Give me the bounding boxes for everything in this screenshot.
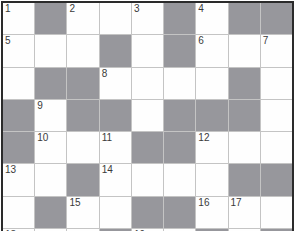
clue-number-5: 5 (5, 36, 11, 46)
cell-r3c4[interactable]: 8 (100, 68, 131, 99)
cell-r7c7[interactable]: 16 (196, 197, 227, 228)
crossword-board: 12345678910111213141516171819 (1, 1, 294, 231)
block-cell-r4c7 (196, 100, 227, 131)
cell-r8c3[interactable] (67, 229, 98, 231)
cell-r1c5[interactable]: 3 (132, 3, 163, 34)
cell-r4c9[interactable] (261, 100, 292, 131)
block-cell-r2c6 (164, 35, 195, 66)
cell-r4c2[interactable]: 9 (35, 100, 66, 131)
cell-r8c5[interactable]: 19 (132, 229, 163, 231)
cell-r7c3[interactable]: 15 (67, 197, 98, 228)
clue-number-19: 19 (134, 230, 145, 231)
cell-r7c8[interactable]: 17 (229, 197, 260, 228)
cell-r8c1[interactable]: 18 (3, 229, 34, 231)
cell-r2c7[interactable]: 6 (196, 35, 227, 66)
clue-number-13: 13 (5, 165, 16, 175)
block-cell-r6c9 (261, 164, 292, 195)
cell-r6c6[interactable] (164, 164, 195, 195)
block-cell-r4c8 (229, 100, 260, 131)
clue-number-14: 14 (102, 165, 113, 175)
cell-r7c4[interactable] (100, 197, 131, 228)
clue-number-4: 4 (198, 4, 204, 14)
clue-number-8: 8 (102, 69, 108, 79)
cell-r3c7[interactable] (196, 68, 227, 99)
cell-r8c2[interactable] (35, 229, 66, 231)
block-cell-r7c5 (132, 197, 163, 228)
block-cell-r5c5 (132, 132, 163, 163)
crossword-diagram: 12345678910111213141516171819 (0, 0, 300, 231)
clue-number-10: 10 (37, 133, 48, 143)
cell-r3c5[interactable] (132, 68, 163, 99)
block-cell-r5c1 (3, 132, 34, 163)
cell-r8c6[interactable] (164, 229, 195, 231)
block-cell-r3c3 (67, 68, 98, 99)
cell-r3c9[interactable] (261, 68, 292, 99)
block-cell-r3c2 (35, 68, 66, 99)
block-cell-r2c4 (100, 35, 131, 66)
cell-r6c1[interactable]: 13 (3, 164, 34, 195)
clue-number-18: 18 (5, 230, 16, 231)
clue-number-3: 3 (134, 4, 140, 14)
cell-r6c2[interactable] (35, 164, 66, 195)
clue-number-7: 7 (263, 36, 269, 46)
cell-r8c8[interactable] (229, 229, 260, 231)
clue-number-16: 16 (198, 198, 209, 208)
cell-r5c7[interactable]: 12 (196, 132, 227, 163)
cell-r2c3[interactable] (67, 35, 98, 66)
clue-number-15: 15 (69, 198, 80, 208)
block-cell-r1c9 (261, 3, 292, 34)
clue-number-11: 11 (102, 133, 112, 143)
block-cell-r7c2 (35, 197, 66, 228)
cell-r1c1[interactable]: 1 (3, 3, 34, 34)
block-cell-r6c3 (67, 164, 98, 195)
cell-r1c7[interactable]: 4 (196, 3, 227, 34)
cell-r2c5[interactable] (132, 35, 163, 66)
cell-r6c7[interactable] (196, 164, 227, 195)
block-cell-r8c9 (261, 229, 292, 231)
cell-r6c5[interactable] (132, 164, 163, 195)
block-cell-r8c7 (196, 229, 227, 231)
cell-r5c8[interactable] (229, 132, 260, 163)
cell-r3c1[interactable] (3, 68, 34, 99)
clue-number-17: 17 (231, 198, 242, 208)
cell-r2c2[interactable] (35, 35, 66, 66)
block-cell-r4c1 (3, 100, 34, 131)
block-cell-r6c8 (229, 164, 260, 195)
crossword-grid: 12345678910111213141516171819 (3, 3, 292, 231)
cell-r3c6[interactable] (164, 68, 195, 99)
cell-r2c9[interactable]: 7 (261, 35, 292, 66)
clue-number-9: 9 (37, 101, 43, 111)
cell-r7c9[interactable] (261, 197, 292, 228)
cell-r2c8[interactable] (229, 35, 260, 66)
cell-r2c1[interactable]: 5 (3, 35, 34, 66)
block-cell-r8c4 (100, 229, 131, 231)
block-cell-r1c6 (164, 3, 195, 34)
clue-number-1: 1 (5, 4, 11, 14)
block-cell-r4c6 (164, 100, 195, 131)
block-cell-r7c6 (164, 197, 195, 228)
cell-r5c2[interactable]: 10 (35, 132, 66, 163)
cell-r1c4[interactable] (100, 3, 131, 34)
cell-r5c9[interactable] (261, 132, 292, 163)
clue-number-2: 2 (69, 4, 75, 14)
block-cell-r4c3 (67, 100, 98, 131)
block-cell-r4c4 (100, 100, 131, 131)
cell-r5c3[interactable] (67, 132, 98, 163)
cell-r1c3[interactable]: 2 (67, 3, 98, 34)
cell-r7c1[interactable] (3, 197, 34, 228)
block-cell-r1c8 (229, 3, 260, 34)
block-cell-r1c2 (35, 3, 66, 34)
clue-number-6: 6 (198, 36, 204, 46)
cell-r6c4[interactable]: 14 (100, 164, 131, 195)
clue-number-12: 12 (198, 133, 209, 143)
cell-r4c5[interactable] (132, 100, 163, 131)
block-cell-r3c8 (229, 68, 260, 99)
cell-r5c4[interactable]: 11 (100, 132, 131, 163)
block-cell-r5c6 (164, 132, 195, 163)
